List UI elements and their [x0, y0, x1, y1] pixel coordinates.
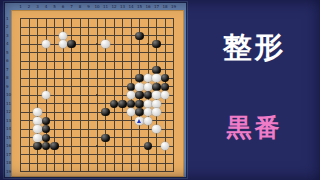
stone-white: [152, 91, 160, 99]
stone-white: [144, 100, 152, 108]
stone-white: [59, 40, 67, 48]
stone-black: [135, 100, 143, 108]
coordinate-label: 5: [51, 5, 59, 9]
grid-line-horizontal: [20, 163, 174, 164]
stone-black: [144, 91, 152, 99]
coordinate-label: 8: [6, 76, 9, 80]
coordinate-label: 8: [76, 5, 84, 9]
stone-black: [152, 40, 160, 48]
stone-white: [33, 134, 41, 142]
stone-black: [101, 108, 109, 116]
coordinate-label: 16: [144, 5, 152, 9]
goban-frame: 1234567891011121314151617181912345678910…: [4, 2, 187, 178]
turn-indicator: 黒番: [189, 111, 320, 144]
stone-white: [42, 40, 50, 48]
stone-white: [101, 40, 109, 48]
thumbnail-stage: 1234567891011121314151617181912345678910…: [0, 0, 320, 180]
stone-black: [135, 32, 143, 40]
stone-white: [152, 108, 160, 116]
coordinate-label: 10: [6, 93, 11, 97]
stone-black: [110, 100, 118, 108]
puzzle-title: 整形: [189, 28, 320, 68]
stone-black: [50, 142, 58, 150]
stone-black: [161, 74, 169, 82]
coordinate-label: 18: [6, 161, 11, 165]
stone-white: [127, 91, 135, 99]
stone-white: [42, 91, 50, 99]
stone-black: [161, 83, 169, 91]
stone-white: [59, 32, 67, 40]
coordinate-label: 3: [34, 5, 42, 9]
coordinate-label: 7: [6, 68, 9, 72]
stone-white: [144, 117, 152, 125]
coordinate-label: 2: [6, 25, 9, 29]
coordinate-label: 1: [6, 17, 9, 21]
coordinate-label: 2: [25, 5, 33, 9]
coordinate-label: 18: [161, 5, 169, 9]
coordinate-label: 17: [153, 5, 161, 9]
stone-black: [42, 117, 50, 125]
stone-white: [161, 91, 169, 99]
coordinate-label: 11: [6, 102, 11, 106]
stone-black: [152, 83, 160, 91]
stone-black: [127, 100, 135, 108]
stone-white: [33, 108, 41, 116]
coordinate-label: 1: [17, 5, 25, 9]
stone-white: [161, 142, 169, 150]
coordinate-label: 7: [68, 5, 76, 9]
stone-black: [118, 100, 126, 108]
coordinate-label: 13: [119, 5, 127, 9]
stone-white: [33, 117, 41, 125]
stone-black: [152, 66, 160, 74]
stone-white: [135, 83, 143, 91]
stone-black: [144, 142, 152, 150]
coordinate-label: 14: [6, 127, 11, 131]
coordinate-label: 3: [6, 34, 9, 38]
coordinate-label: 13: [6, 119, 11, 123]
coordinate-label: 11: [102, 5, 110, 9]
coordinate-label: 6: [6, 59, 9, 63]
stone-black: [135, 91, 143, 99]
coordinate-label: 16: [6, 144, 11, 148]
stone-white: [152, 125, 160, 133]
grid-line-horizontal: [20, 154, 174, 155]
coordinate-label: 12: [110, 5, 118, 9]
coordinate-label: 10: [93, 5, 101, 9]
coordinate-label: 6: [59, 5, 67, 9]
last-move-triangle-marker: [137, 119, 141, 123]
stone-black: [135, 108, 143, 116]
coordinate-label: 9: [6, 85, 9, 89]
stone-white: [152, 74, 160, 82]
stone-black: [42, 142, 50, 150]
coordinate-label: 4: [42, 5, 50, 9]
coordinate-label: 15: [136, 5, 144, 9]
grid-line-vertical: [114, 18, 115, 172]
stone-white: [144, 74, 152, 82]
stone-black: [135, 74, 143, 82]
goban[interactable]: [11, 10, 184, 177]
coordinate-label: 17: [6, 153, 11, 157]
stone-white: [33, 125, 41, 133]
stone-white: [152, 100, 160, 108]
stone-black: [67, 40, 75, 48]
coordinate-label: 19: [6, 170, 11, 174]
stone-white: [144, 83, 152, 91]
stone-black: [42, 134, 50, 142]
coordinate-label: 4: [6, 42, 9, 46]
coordinate-label: 14: [127, 5, 135, 9]
stone-white: [135, 117, 143, 125]
stone-black: [33, 142, 41, 150]
coordinate-label: 9: [85, 5, 93, 9]
grid-line-vertical: [173, 18, 174, 172]
coordinate-label: 19: [170, 5, 178, 9]
grid-line-horizontal: [20, 171, 174, 172]
stone-black: [101, 134, 109, 142]
grid-line-vertical: [122, 18, 123, 172]
stone-black: [42, 125, 50, 133]
stone-white: [144, 108, 152, 116]
stone-black: [127, 83, 135, 91]
coordinate-label: 12: [6, 110, 11, 114]
coordinate-label: 15: [6, 136, 11, 140]
stone-white: [127, 108, 135, 116]
coordinate-label: 5: [6, 51, 9, 55]
info-panel: 整形 黒番: [189, 0, 320, 180]
